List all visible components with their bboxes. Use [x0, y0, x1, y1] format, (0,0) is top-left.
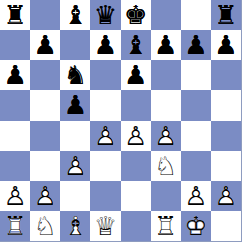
white-pawn-piece: ♟♙ — [181, 181, 211, 211]
square-g1[interactable]: ♚♔ — [181, 211, 211, 241]
square-d6[interactable] — [90, 60, 120, 90]
white-pawn-piece: ♟♙ — [0, 181, 30, 211]
white-rook-piece: ♜♖ — [0, 211, 30, 241]
square-c2[interactable] — [60, 181, 90, 211]
chess-board: ♜♖♝♗♛♕♚♔♜♖♟♙♟♙♝♗♟♙♟♙♟♙♟♙♞♘♟♙♟♙♟♙♟♙♟♙♟♙♞♘… — [0, 0, 242, 242]
white-pawn-piece: ♟♙ — [60, 151, 90, 181]
square-c5[interactable]: ♟♙ — [60, 90, 90, 120]
square-f7[interactable]: ♟♙ — [151, 30, 181, 60]
white-queen-piece: ♛♕ — [90, 211, 120, 241]
square-e6[interactable]: ♟♙ — [121, 60, 151, 90]
white-pawn-piece: ♟♙ — [30, 181, 60, 211]
square-a2[interactable]: ♟♙ — [0, 181, 30, 211]
square-f4[interactable]: ♟♙ — [151, 121, 181, 151]
square-h3[interactable] — [211, 151, 241, 181]
black-pawn-piece: ♟♙ — [181, 30, 211, 60]
white-pawn-piece: ♟♙ — [121, 121, 151, 151]
black-bishop-piece: ♝♗ — [121, 30, 151, 60]
square-c6[interactable]: ♞♘ — [60, 60, 90, 90]
square-f2[interactable] — [151, 181, 181, 211]
square-g5[interactable] — [181, 90, 211, 120]
square-a7[interactable] — [0, 30, 30, 60]
square-d4[interactable]: ♟♙ — [90, 121, 120, 151]
square-g8[interactable] — [181, 0, 211, 30]
square-h5[interactable] — [211, 90, 241, 120]
white-knight-piece: ♞♘ — [30, 211, 60, 241]
square-c1[interactable]: ♝♗ — [60, 211, 90, 241]
black-queen-piece: ♛♕ — [90, 0, 120, 30]
black-bishop-piece: ♝♗ — [60, 0, 90, 30]
square-a6[interactable]: ♟♙ — [0, 60, 30, 90]
square-g3[interactable] — [181, 151, 211, 181]
square-b8[interactable] — [30, 0, 60, 30]
square-h7[interactable]: ♟♙ — [211, 30, 241, 60]
square-h4[interactable] — [211, 121, 241, 151]
square-d3[interactable] — [90, 151, 120, 181]
black-rook-piece: ♜♖ — [211, 0, 241, 30]
square-b4[interactable] — [30, 121, 60, 151]
square-f6[interactable] — [151, 60, 181, 90]
square-h8[interactable]: ♜♖ — [211, 0, 241, 30]
square-g4[interactable] — [181, 121, 211, 151]
white-knight-piece: ♞♘ — [151, 151, 181, 181]
square-e7[interactable]: ♝♗ — [121, 30, 151, 60]
black-pawn-piece: ♟♙ — [121, 60, 151, 90]
square-a8[interactable]: ♜♖ — [0, 0, 30, 30]
square-h6[interactable] — [211, 60, 241, 90]
square-d8[interactable]: ♛♕ — [90, 0, 120, 30]
square-g6[interactable] — [181, 60, 211, 90]
black-pawn-piece: ♟♙ — [30, 30, 60, 60]
white-bishop-piece: ♝♗ — [60, 211, 90, 241]
square-d7[interactable]: ♟♙ — [90, 30, 120, 60]
square-h2[interactable]: ♟♙ — [211, 181, 241, 211]
square-d5[interactable] — [90, 90, 120, 120]
square-f3[interactable]: ♞♘ — [151, 151, 181, 181]
square-a5[interactable] — [0, 90, 30, 120]
square-g7[interactable]: ♟♙ — [181, 30, 211, 60]
square-d1[interactable]: ♛♕ — [90, 211, 120, 241]
square-c3[interactable]: ♟♙ — [60, 151, 90, 181]
square-c7[interactable] — [60, 30, 90, 60]
square-e4[interactable]: ♟♙ — [121, 121, 151, 151]
square-e5[interactable] — [121, 90, 151, 120]
square-a4[interactable] — [0, 121, 30, 151]
black-pawn-piece: ♟♙ — [90, 30, 120, 60]
square-h1[interactable] — [211, 211, 241, 241]
square-e3[interactable] — [121, 151, 151, 181]
white-rook-piece: ♜♖ — [151, 211, 181, 241]
square-b1[interactable]: ♞♘ — [30, 211, 60, 241]
black-king-piece: ♚♔ — [121, 0, 151, 30]
white-king-piece: ♚♔ — [181, 211, 211, 241]
square-c4[interactable] — [60, 121, 90, 151]
square-d2[interactable] — [90, 181, 120, 211]
black-rook-piece: ♜♖ — [0, 0, 30, 30]
square-f5[interactable] — [151, 90, 181, 120]
square-e8[interactable]: ♚♔ — [121, 0, 151, 30]
square-b3[interactable] — [30, 151, 60, 181]
white-pawn-piece: ♟♙ — [151, 121, 181, 151]
square-b6[interactable] — [30, 60, 60, 90]
square-e1[interactable] — [121, 211, 151, 241]
black-pawn-piece: ♟♙ — [0, 60, 30, 90]
black-pawn-piece: ♟♙ — [211, 30, 241, 60]
square-b5[interactable] — [30, 90, 60, 120]
white-pawn-piece: ♟♙ — [90, 121, 120, 151]
square-f8[interactable] — [151, 0, 181, 30]
square-b7[interactable]: ♟♙ — [30, 30, 60, 60]
square-c8[interactable]: ♝♗ — [60, 0, 90, 30]
black-pawn-piece: ♟♙ — [60, 90, 90, 120]
square-a1[interactable]: ♜♖ — [0, 211, 30, 241]
black-pawn-piece: ♟♙ — [151, 30, 181, 60]
square-g2[interactable]: ♟♙ — [181, 181, 211, 211]
white-pawn-piece: ♟♙ — [211, 181, 241, 211]
black-knight-piece: ♞♘ — [60, 60, 90, 90]
square-a3[interactable] — [0, 151, 30, 181]
square-b2[interactable]: ♟♙ — [30, 181, 60, 211]
square-f1[interactable]: ♜♖ — [151, 211, 181, 241]
square-e2[interactable] — [121, 181, 151, 211]
